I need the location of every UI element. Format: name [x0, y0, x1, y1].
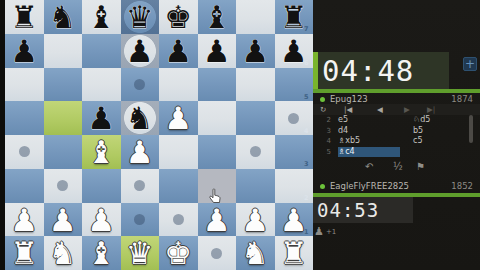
square-a4[interactable]	[5, 135, 44, 169]
move-list-scrollbar[interactable]	[469, 115, 473, 143]
square-b8[interactable]: ♞	[44, 0, 83, 34]
move-row-2: 2e5♘d5	[313, 115, 473, 126]
white-pawn[interactable]: ♟	[236, 203, 275, 237]
white-pawn[interactable]: ♟	[5, 203, 44, 237]
black-move[interactable]: ♘d5	[413, 115, 468, 126]
black-knight[interactable]: ♞	[44, 0, 83, 34]
square-e4[interactable]	[159, 135, 198, 169]
white-knight[interactable]: ♞	[44, 236, 83, 270]
square-f5[interactable]	[198, 101, 237, 135]
square-g7[interactable]: ♟	[236, 34, 275, 68]
move-number: 5	[313, 147, 331, 158]
square-c7[interactable]	[82, 34, 121, 68]
give-time-button[interactable]: +	[463, 57, 477, 71]
square-a5[interactable]	[5, 101, 44, 135]
first-move-icon[interactable]: |◀	[344, 104, 352, 115]
black-knight[interactable]: ♞	[121, 101, 160, 135]
square-a2[interactable]: ♟	[5, 203, 44, 237]
white-bishop[interactable]: ♝	[82, 135, 121, 169]
prev-move-icon[interactable]: ◀	[377, 104, 383, 115]
premove-dest-dot	[134, 214, 145, 225]
square-g6[interactable]	[236, 68, 275, 102]
square-e8[interactable]: ♚	[159, 0, 198, 34]
square-e3[interactable]	[159, 169, 198, 203]
white-pawn[interactable]: ♟	[82, 203, 121, 237]
square-d7[interactable]: ♟	[121, 34, 160, 68]
white-move[interactable]: e5	[338, 115, 400, 126]
rank-label-7: 7	[304, 26, 313, 33]
square-c4[interactable]: ♝	[82, 135, 121, 169]
white-pawn[interactable]: ♟	[159, 101, 198, 135]
move-list[interactable]: 2e5♘d53d4b54♗xb5c55♗c4	[313, 115, 473, 157]
square-g3[interactable]	[236, 169, 275, 203]
player-clock: 04:53	[313, 197, 413, 223]
square-a8[interactable]: ♜	[5, 0, 44, 34]
black-move[interactable]: b5	[413, 126, 468, 137]
player-row[interactable]: EagleFlyFREE2825 1852	[313, 180, 480, 192]
square-g8[interactable]	[236, 0, 275, 34]
black-pawn[interactable]: ♟	[159, 34, 198, 68]
black-king[interactable]: ♚	[159, 0, 198, 34]
last-move-icon[interactable]: ▶|	[427, 104, 435, 115]
move-number: 3	[313, 126, 331, 137]
white-move[interactable]: ♗c4	[338, 147, 400, 158]
black-pawn[interactable]: ♟	[236, 34, 275, 68]
square-g5[interactable]	[236, 101, 275, 135]
move-row-4: 4♗xb5c5	[313, 136, 473, 147]
square-d6[interactable]	[121, 68, 160, 102]
material-advantage-value: +1	[326, 225, 336, 239]
square-d4[interactable]: ♟	[121, 135, 160, 169]
square-e2[interactable]	[159, 203, 198, 237]
captured-pawn-icon: ♟	[314, 225, 324, 238]
square-e7[interactable]: ♟	[159, 34, 198, 68]
opponent-clock-time: 04:48	[318, 52, 449, 90]
premove-dest-dot	[250, 146, 261, 157]
white-rook[interactable]: ♜	[275, 236, 314, 270]
square-c5[interactable]: ♟	[82, 101, 121, 135]
white-rook[interactable]: ♜	[5, 236, 44, 270]
rank-label-6: 6	[304, 60, 313, 67]
square-f6[interactable]	[198, 68, 237, 102]
square-b4[interactable]	[44, 135, 83, 169]
square-d8[interactable]: ♛	[121, 0, 160, 34]
square-b1[interactable]: ♞	[44, 236, 83, 270]
game-controls: ↶½⚑	[313, 160, 480, 174]
black-pawn[interactable]: ♟	[198, 34, 237, 68]
square-a3[interactable]	[5, 169, 44, 203]
premove-dest-dot	[19, 146, 30, 157]
square-h1[interactable]: ♜	[275, 236, 314, 270]
black-bishop[interactable]: ♝	[82, 0, 121, 34]
premove-dest-dot	[288, 113, 299, 124]
online-indicator-icon	[320, 184, 325, 189]
white-queen[interactable]: ♛	[121, 236, 160, 270]
cycle-icon[interactable]: ↻	[320, 104, 326, 115]
material-advantage: ♟ +1	[313, 225, 480, 238]
player-name[interactable]: EagleFlyFREE2825	[330, 180, 409, 192]
takeback-button[interactable]: ↶	[365, 160, 373, 174]
move-number: 4	[313, 136, 331, 147]
black-bishop[interactable]: ♝	[198, 0, 237, 34]
square-e1[interactable]: ♚	[159, 236, 198, 270]
square-f1[interactable]	[198, 236, 237, 270]
black-rook[interactable]: ♜	[5, 0, 44, 34]
black-pawn[interactable]: ♟	[121, 34, 160, 68]
square-d3[interactable]	[121, 169, 160, 203]
square-g1[interactable]: ♞	[236, 236, 275, 270]
premove-dest-dot	[211, 248, 222, 259]
offer-draw-button[interactable]: ½	[393, 160, 403, 174]
premove-dest-dot	[57, 180, 68, 191]
square-c8[interactable]: ♝	[82, 0, 121, 34]
black-move[interactable]: c5	[413, 136, 468, 147]
square-c6[interactable]	[82, 68, 121, 102]
online-indicator-icon	[320, 97, 325, 102]
game-screen: ♜♞♝♛♚♝♜♟♟♟♟♟♟♟♞♟♝♟♟♟♟♟♟♟♜♞♝♛♚♞♜7654321 0…	[0, 0, 480, 270]
square-b3[interactable]	[44, 169, 83, 203]
black-queen[interactable]: ♛	[121, 0, 160, 34]
white-bishop[interactable]: ♝	[82, 236, 121, 270]
black-pawn[interactable]: ♟	[82, 101, 121, 135]
square-f4[interactable]	[198, 135, 237, 169]
premove-dest-dot	[173, 214, 184, 225]
white-move[interactable]: ♗xb5	[338, 136, 400, 147]
white-pawn[interactable]: ♟	[44, 203, 83, 237]
black-pawn[interactable]: ♟	[5, 34, 44, 68]
square-b5[interactable]	[44, 101, 83, 135]
premove-dest-dot	[134, 79, 145, 90]
chess-board[interactable]: ♜♞♝♛♚♝♜♟♟♟♟♟♟♟♞♟♝♟♟♟♟♟♟♟♜♞♝♛♚♞♜7654321	[5, 0, 313, 270]
square-f7[interactable]: ♟	[198, 34, 237, 68]
rank-label-5: 5	[304, 94, 313, 101]
player-rating: 1852	[451, 180, 473, 192]
square-e5[interactable]: ♟	[159, 101, 198, 135]
move-number: 2	[313, 115, 331, 126]
square-d5[interactable]: ♞	[121, 101, 160, 135]
resign-button[interactable]: ⚑	[416, 160, 425, 174]
square-b6[interactable]	[44, 68, 83, 102]
square-g2[interactable]: ♟	[236, 203, 275, 237]
next-move-icon[interactable]: ▶	[404, 104, 410, 115]
hand-cursor-icon	[208, 188, 223, 209]
square-b7[interactable]	[44, 34, 83, 68]
rank-label-2: 2	[304, 195, 313, 202]
square-e6[interactable]	[159, 68, 198, 102]
square-b2[interactable]: ♟	[44, 203, 83, 237]
white-king[interactable]: ♚	[159, 236, 198, 270]
rank-label-4: 4	[304, 128, 313, 135]
square-a6[interactable]	[5, 68, 44, 102]
square-c3[interactable]	[82, 169, 121, 203]
move-row-5: 5♗c4	[313, 147, 473, 158]
opponent-clock: 04:48	[313, 52, 449, 90]
square-f8[interactable]: ♝	[198, 0, 237, 34]
premove-dest-dot	[134, 180, 145, 191]
rank-label-3: 3	[304, 161, 313, 168]
square-c1[interactable]: ♝	[82, 236, 121, 270]
move-row-3: 3d4b5	[313, 126, 473, 137]
player-clock-time: 04:53	[313, 197, 413, 223]
rank-label-1: 1	[304, 229, 313, 236]
square-d1[interactable]: ♛	[121, 236, 160, 270]
square-a7[interactable]: ♟	[5, 34, 44, 68]
square-a1[interactable]: ♜	[5, 236, 44, 270]
square-c2[interactable]: ♟	[82, 203, 121, 237]
square-d2[interactable]	[121, 203, 160, 237]
white-move[interactable]: d4	[338, 126, 400, 137]
white-knight[interactable]: ♞	[236, 236, 275, 270]
square-g4[interactable]	[236, 135, 275, 169]
white-pawn[interactable]: ♟	[121, 135, 160, 169]
move-navigation: ↻|◀◀▶▶|	[313, 104, 480, 115]
game-sidebar: 04:48 + Epug123 1874 ↻|◀◀▶▶| 2e5♘d53d4b5…	[313, 0, 480, 270]
